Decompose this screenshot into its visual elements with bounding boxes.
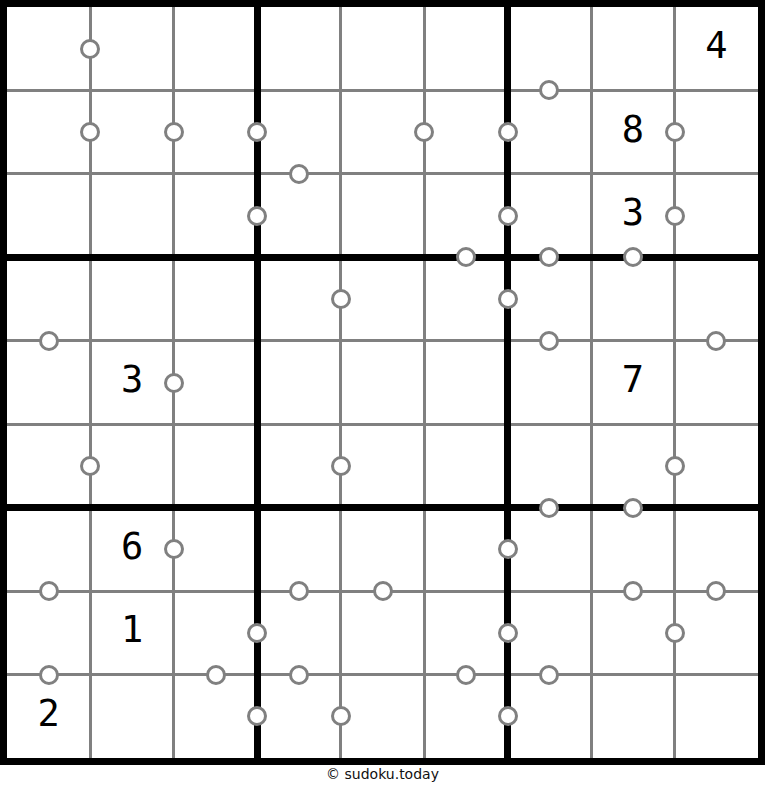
puzzle-page: 48337612 © sudoku.today xyxy=(0,0,765,785)
consecutive-marker-circle xyxy=(456,247,476,267)
consecutive-marker-circle xyxy=(539,498,559,518)
cell-r6c5[interactable] xyxy=(341,424,424,507)
grid-line-horizontal xyxy=(7,423,758,426)
cell-r2c4[interactable] xyxy=(257,90,340,173)
cell-r9c5[interactable] xyxy=(341,675,424,758)
cell-r8c2[interactable]: 1 xyxy=(90,591,173,674)
cell-r2c1[interactable] xyxy=(7,90,90,173)
consecutive-marker-circle xyxy=(665,122,685,142)
consecutive-marker-circle xyxy=(498,206,518,226)
cell-r4c6[interactable] xyxy=(424,257,507,340)
consecutive-marker-circle xyxy=(164,122,184,142)
consecutive-marker-circle xyxy=(539,80,559,100)
cell-r5c8[interactable]: 7 xyxy=(591,341,674,424)
cell-r9c3[interactable] xyxy=(174,675,257,758)
cell-r6c9[interactable] xyxy=(675,424,758,507)
cell-r8c1[interactable] xyxy=(7,591,90,674)
cell-r4c4[interactable] xyxy=(257,257,340,340)
cell-r2c9[interactable] xyxy=(675,90,758,173)
cell-r2c6[interactable] xyxy=(424,90,507,173)
cell-r3c8[interactable]: 3 xyxy=(591,174,674,257)
cell-r1c5[interactable] xyxy=(341,7,424,90)
grid-line-horizontal xyxy=(7,673,758,676)
cell-r4c5[interactable] xyxy=(341,257,424,340)
consecutive-marker-circle xyxy=(456,665,476,685)
cell-r4c9[interactable] xyxy=(675,257,758,340)
consecutive-marker-circle xyxy=(623,581,643,601)
consecutive-marker-circle xyxy=(623,247,643,267)
box-divider-vertical xyxy=(504,7,511,758)
grid-line-horizontal xyxy=(7,172,758,175)
given-digit: 7 xyxy=(622,361,644,404)
cell-r7c6[interactable] xyxy=(424,508,507,591)
consecutive-marker-circle xyxy=(247,706,267,726)
cell-r8c4[interactable] xyxy=(257,591,340,674)
consecutive-marker-circle xyxy=(414,122,434,142)
cell-r3c2[interactable] xyxy=(90,174,173,257)
consecutive-marker-circle xyxy=(80,456,100,476)
consecutive-marker-circle xyxy=(498,539,518,559)
cell-r8c6[interactable] xyxy=(424,591,507,674)
cell-r7c9[interactable] xyxy=(675,508,758,591)
grid-line-vertical xyxy=(339,7,342,758)
cell-r6c8[interactable] xyxy=(591,424,674,507)
consecutive-marker-circle xyxy=(706,581,726,601)
cell-r6c7[interactable] xyxy=(508,424,591,507)
cell-r3c5[interactable] xyxy=(341,174,424,257)
cell-r7c1[interactable] xyxy=(7,508,90,591)
cell-r6c3[interactable] xyxy=(174,424,257,507)
cell-r3c9[interactable] xyxy=(675,174,758,257)
cell-r4c7[interactable] xyxy=(508,257,591,340)
grid-line-vertical xyxy=(673,7,676,758)
grid-line-vertical xyxy=(89,7,92,758)
consecutive-marker-circle xyxy=(665,456,685,476)
cell-r3c6[interactable] xyxy=(424,174,507,257)
consecutive-marker-circle xyxy=(498,623,518,643)
consecutive-marker-circle xyxy=(289,665,309,685)
consecutive-marker-circle xyxy=(80,122,100,142)
given-digit: 1 xyxy=(121,611,143,654)
cell-r7c3[interactable] xyxy=(174,508,257,591)
cell-r8c9[interactable] xyxy=(675,591,758,674)
consecutive-marker-circle xyxy=(39,581,59,601)
cell-r3c4[interactable] xyxy=(257,174,340,257)
cell-r3c1[interactable] xyxy=(7,174,90,257)
cell-r5c7[interactable] xyxy=(508,341,591,424)
cell-r2c3[interactable] xyxy=(174,90,257,173)
given-digit: 3 xyxy=(622,194,644,237)
consecutive-marker-circle xyxy=(665,206,685,226)
cell-r2c2[interactable] xyxy=(90,90,173,173)
consecutive-marker-circle xyxy=(665,623,685,643)
consecutive-marker-circle xyxy=(331,289,351,309)
consecutive-marker-circle xyxy=(289,164,309,184)
cell-r1c2[interactable] xyxy=(90,7,173,90)
consecutive-marker-circle xyxy=(39,331,59,351)
cell-r8c5[interactable] xyxy=(341,591,424,674)
cell-r7c4[interactable] xyxy=(257,508,340,591)
box-divider-horizontal xyxy=(7,254,758,261)
grid-line-vertical xyxy=(590,7,593,758)
cell-r9c8[interactable] xyxy=(591,675,674,758)
cell-r1c3[interactable] xyxy=(174,7,257,90)
cell-r6c6[interactable] xyxy=(424,424,507,507)
cell-r7c5[interactable] xyxy=(341,508,424,591)
consecutive-marker-circle xyxy=(206,665,226,685)
cell-r9c2[interactable] xyxy=(90,675,173,758)
cell-r4c3[interactable] xyxy=(174,257,257,340)
consecutive-marker-circle xyxy=(80,39,100,59)
cell-r5c9[interactable] xyxy=(675,341,758,424)
cell-r3c3[interactable] xyxy=(174,174,257,257)
consecutive-marker-circle xyxy=(539,665,559,685)
cell-r4c2[interactable] xyxy=(90,257,173,340)
given-digit: 2 xyxy=(38,695,60,738)
cell-r8c3[interactable] xyxy=(174,591,257,674)
cell-r5c2[interactable]: 3 xyxy=(90,341,173,424)
consecutive-marker-circle xyxy=(164,539,184,559)
consecutive-marker-circle xyxy=(289,581,309,601)
cell-r9c6[interactable] xyxy=(424,675,507,758)
cell-r1c7[interactable] xyxy=(508,7,591,90)
consecutive-marker-circle xyxy=(164,373,184,393)
cell-r5c5[interactable] xyxy=(341,341,424,424)
consecutive-marker-circle xyxy=(331,706,351,726)
box-divider-horizontal xyxy=(7,504,758,511)
consecutive-marker-circle xyxy=(498,706,518,726)
cell-r8c8[interactable] xyxy=(591,591,674,674)
cell-r5c1[interactable] xyxy=(7,341,90,424)
consecutive-marker-circle xyxy=(623,498,643,518)
consecutive-marker-circle xyxy=(247,122,267,142)
cell-grid: 48337612 xyxy=(7,7,758,758)
cell-r7c7[interactable] xyxy=(508,508,591,591)
cell-r9c1[interactable]: 2 xyxy=(7,675,90,758)
given-digit: 3 xyxy=(121,361,143,404)
cell-r1c9[interactable]: 4 xyxy=(675,7,758,90)
consecutive-marker-circle xyxy=(331,456,351,476)
consecutive-marker-circle xyxy=(706,331,726,351)
sudoku-board: 48337612 xyxy=(0,0,765,765)
cell-r9c4[interactable] xyxy=(257,675,340,758)
cell-r2c8[interactable]: 8 xyxy=(591,90,674,173)
cell-r6c2[interactable] xyxy=(90,424,173,507)
cell-r7c2[interactable]: 6 xyxy=(90,508,173,591)
cell-r1c6[interactable] xyxy=(424,7,507,90)
cell-r9c9[interactable] xyxy=(675,675,758,758)
cell-r7c8[interactable] xyxy=(591,508,674,591)
consecutive-marker-circle xyxy=(498,289,518,309)
cell-r2c7[interactable] xyxy=(508,90,591,173)
consecutive-marker-circle xyxy=(247,623,267,643)
cell-r3c7[interactable] xyxy=(508,174,591,257)
given-digit: 8 xyxy=(622,111,644,154)
consecutive-marker-circle xyxy=(247,206,267,226)
cell-r4c8[interactable] xyxy=(591,257,674,340)
cell-r8c7[interactable] xyxy=(508,591,591,674)
consecutive-marker-circle xyxy=(373,581,393,601)
cell-r5c3[interactable] xyxy=(174,341,257,424)
grid-line-horizontal xyxy=(7,89,758,92)
grid-line-horizontal xyxy=(7,339,758,342)
cell-r1c8[interactable] xyxy=(591,7,674,90)
cell-r5c6[interactable] xyxy=(424,341,507,424)
cell-r6c1[interactable] xyxy=(7,424,90,507)
grid-line-vertical xyxy=(423,7,426,758)
cell-r1c1[interactable] xyxy=(7,7,90,90)
consecutive-marker-circle xyxy=(539,331,559,351)
copyright-text: © sudoku.today xyxy=(0,764,765,785)
given-digit: 6 xyxy=(121,528,143,571)
given-digit: 4 xyxy=(705,27,727,70)
cell-r4c1[interactable] xyxy=(7,257,90,340)
cell-r2c5[interactable] xyxy=(341,90,424,173)
box-divider-vertical xyxy=(254,7,261,758)
consecutive-marker-circle xyxy=(539,247,559,267)
cell-r1c4[interactable] xyxy=(257,7,340,90)
cell-r5c4[interactable] xyxy=(257,341,340,424)
consecutive-marker-circle xyxy=(39,665,59,685)
cell-r6c4[interactable] xyxy=(257,424,340,507)
consecutive-marker-circle xyxy=(498,122,518,142)
cell-r9c7[interactable] xyxy=(508,675,591,758)
